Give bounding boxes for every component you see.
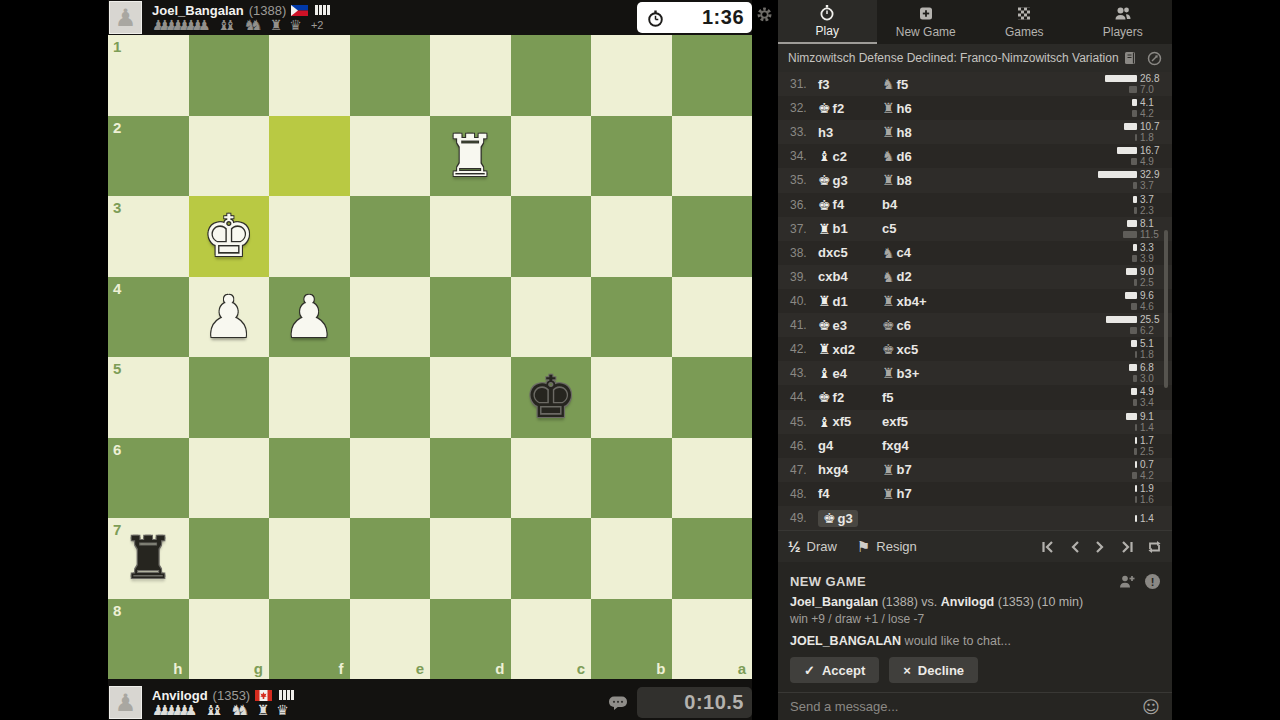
move-times: 8.111.5 — [1084, 218, 1172, 239]
square-d1[interactable] — [430, 35, 511, 116]
time-bar — [1135, 437, 1137, 444]
time-bar — [1132, 99, 1137, 106]
avatar[interactable]: ♟ — [109, 1, 142, 34]
time-bar — [1129, 86, 1137, 93]
previous-move-button[interactable] — [1069, 540, 1081, 554]
white-move[interactable]: f4 — [818, 486, 882, 501]
square-d3[interactable] — [430, 196, 511, 277]
time-bar — [1132, 255, 1137, 262]
black-move[interactable]: ♞d6 — [882, 149, 1084, 164]
captured-pawn-icon: ♟ — [185, 703, 198, 717]
move-piece-icon: ♝ — [818, 149, 831, 163]
time-bar — [1135, 485, 1137, 492]
time-value: 3.9 — [1140, 253, 1166, 264]
file-label: h — [173, 660, 182, 677]
tab-games[interactable]: Games — [975, 0, 1074, 44]
opening-name[interactable]: Nimzowitsch Defense Declined: Franco-Nim… — [788, 51, 1119, 65]
player-name-bottom[interactable]: Anvilogd — [152, 688, 208, 703]
square-g7[interactable] — [189, 518, 270, 599]
clock-white: 1:36 — [637, 2, 752, 33]
avatar[interactable]: ♟ — [109, 686, 142, 719]
move-piece-icon: ♞ — [882, 77, 895, 91]
time-bar — [1126, 413, 1137, 420]
black-move[interactable]: ♚xc5 — [882, 342, 1084, 357]
black-move[interactable]: ♜b7 — [882, 462, 1084, 477]
top-player-bar: ♟ Joel_Bangalan (1388) ♟♟♟♟♟♟♟♟♝♝♞♞♜♛+2 … — [108, 0, 752, 35]
time-value: 9.1 — [1140, 411, 1166, 422]
white-move[interactable]: ♝c2 — [818, 149, 882, 164]
move-piece-icon: ♞ — [882, 246, 895, 260]
square-f7[interactable] — [269, 518, 350, 599]
chess-board: 12♜3♚4♟♟5♚67♜8hgfedcba — [108, 35, 752, 679]
square-a8[interactable]: a — [672, 599, 753, 680]
square-g2[interactable] — [189, 116, 270, 197]
captured-knight-icon: ♞ — [237, 703, 250, 717]
square-a4[interactable] — [672, 277, 753, 358]
rank-label: 1 — [113, 38, 121, 55]
square-e4[interactable] — [350, 277, 431, 358]
time-value: 4.6 — [1140, 301, 1166, 312]
time-value: 1.4 — [1140, 422, 1166, 433]
move-row: 35.♚g3♜b832.93.7 — [778, 168, 1172, 192]
time-value: 2.3 — [1140, 205, 1166, 216]
square-d4[interactable] — [430, 277, 511, 358]
move-row: 40.♜d1♜xb4+9.64.6 — [778, 289, 1172, 313]
time-bar — [1123, 231, 1137, 238]
tab-play[interactable]: Play — [778, 0, 877, 44]
square-e3[interactable] — [350, 196, 431, 277]
time-value: 25.5 — [1140, 314, 1166, 325]
material-advantage: +2 — [311, 19, 324, 31]
captured-pawn-icon: ♟ — [198, 18, 211, 32]
move-piece-icon: ♚ — [882, 318, 895, 332]
move-times: 26.87.0 — [1084, 74, 1172, 95]
canada-flag-icon — [255, 690, 272, 701]
move-times: 9.02.5 — [1084, 266, 1172, 287]
move-row: 31.f3♞f526.87.0 — [778, 72, 1172, 96]
square-h3[interactable]: 3 — [108, 196, 189, 277]
black-move[interactable]: ♞f5 — [882, 77, 1084, 92]
players-icon — [1114, 5, 1132, 22]
tab-label: Games — [1005, 25, 1044, 39]
square-b5[interactable] — [591, 357, 672, 438]
time-value: 1.7 — [1140, 435, 1166, 446]
square-g6[interactable] — [189, 438, 270, 519]
square-h2[interactable]: 2 — [108, 116, 189, 197]
move-piece-icon: ♜ — [882, 366, 895, 380]
move-number: 48. — [790, 487, 818, 501]
time-value: 16.7 — [1140, 145, 1166, 156]
captured-rook-icon: ♜ — [270, 18, 283, 32]
square-c5[interactable]: ♚ — [511, 357, 592, 438]
white-move[interactable]: ♚e3 — [818, 318, 882, 333]
time-value: 4.2 — [1140, 470, 1166, 481]
flag-icon: ⚑ — [857, 538, 870, 556]
tab-new-game[interactable]: New Game — [877, 0, 976, 44]
square-g1[interactable] — [189, 35, 270, 116]
philippines-flag-icon — [291, 5, 308, 16]
white-move[interactable]: f3 — [818, 77, 882, 92]
captured-bishop-icon: ♝ — [211, 703, 224, 717]
move-times: 32.93.7 — [1084, 170, 1172, 191]
white-move[interactable]: ♚f2 — [818, 390, 882, 405]
scrollbar-thumb[interactable] — [1164, 230, 1168, 388]
rank-label: 8 — [113, 602, 121, 619]
move-piece-icon: ♜ — [818, 294, 831, 308]
square-b3[interactable] — [591, 196, 672, 277]
time-bar — [1133, 375, 1137, 382]
move-number: 32. — [790, 101, 818, 115]
move-times: 10.71.8 — [1084, 122, 1172, 143]
go-to-start-button[interactable] — [1041, 540, 1056, 554]
move-row: 36.♚f4b43.72.3 — [778, 193, 1172, 217]
move-times: 1.4 — [1084, 513, 1172, 523]
rank-label: 4 — [113, 280, 121, 297]
move-piece-icon: ♜ — [882, 294, 895, 308]
time-value: 2.5 — [1140, 277, 1166, 288]
time-bar — [1131, 303, 1137, 310]
move-number: 47. — [790, 463, 818, 477]
square-f2[interactable] — [269, 116, 350, 197]
move-row: 47.hxg4♜b70.74.2 — [778, 458, 1172, 482]
piece-bK[interactable]: ♚ — [511, 357, 592, 438]
square-e7[interactable] — [350, 518, 431, 599]
piece-wP[interactable]: ♟ — [189, 277, 270, 358]
current-move-highlight[interactable]: ♚g3 — [818, 510, 858, 527]
move-times: 3.33.9 — [1084, 242, 1172, 263]
square-a6[interactable] — [672, 438, 753, 519]
square-h8[interactable]: 8h — [108, 599, 189, 680]
captured-pieces-bottom: ♟♟♟♟♟♟♝♝♞♞♜♛ — [152, 703, 296, 717]
move-times: 16.74.9 — [1084, 146, 1172, 167]
black-move[interactable]: ♜xb4+ — [882, 294, 1084, 309]
square-f5[interactable] — [269, 357, 350, 438]
move-number: 36. — [790, 198, 818, 212]
move-row: 38.dxc5♞c43.33.9 — [778, 241, 1172, 265]
piece-wP[interactable]: ♟ — [269, 277, 350, 358]
square-h4[interactable]: 4 — [108, 277, 189, 358]
time-bar — [1134, 207, 1137, 214]
move-row: 48.f4♜h71.91.6 — [778, 482, 1172, 506]
captured-knight-group: ♞♞ — [231, 703, 250, 717]
time-value: 0.7 — [1140, 459, 1166, 470]
player-name-top[interactable]: Joel_Bangalan — [152, 3, 244, 18]
time-bar — [1135, 424, 1137, 431]
time-bar — [1098, 171, 1137, 178]
move-number: 49. — [790, 511, 818, 525]
message-input[interactable]: Send a message... — [790, 699, 1142, 714]
square-e1[interactable] — [350, 35, 431, 116]
square-b8[interactable]: b — [591, 599, 672, 680]
square-e6[interactable] — [350, 438, 431, 519]
square-h1[interactable]: 1 — [108, 35, 189, 116]
square-d5[interactable] — [430, 357, 511, 438]
square-c6[interactable] — [511, 438, 592, 519]
file-label: g — [254, 660, 263, 677]
square-f1[interactable] — [269, 35, 350, 116]
square-f8[interactable]: f — [269, 599, 350, 680]
move-row: 32.♚f2♜h64.14.2 — [778, 96, 1172, 120]
move-piece-icon: ♜ — [882, 463, 895, 477]
file-label: c — [577, 660, 585, 677]
smiley-icon[interactable]: ☺ — [1142, 697, 1160, 717]
time-value: 3.7 — [1140, 194, 1166, 205]
move-piece-icon: ♜ — [882, 101, 895, 115]
captured-knight-icon: ♞ — [250, 18, 263, 32]
new-game-title: NEW GAME — [790, 574, 866, 589]
square-b1[interactable] — [591, 35, 672, 116]
white-move[interactable]: ♝xf5 — [818, 414, 882, 429]
explorer-compass-icon[interactable] — [1147, 51, 1162, 66]
x-icon: × — [903, 663, 911, 678]
tab-players[interactable]: Players — [1074, 0, 1173, 44]
move-piece-icon: ♚ — [818, 198, 831, 212]
time-bar — [1133, 196, 1137, 203]
match-summary: Joel_Bangalan (1388) vs. Anvilogd (1353)… — [778, 589, 1172, 609]
square-c2[interactable] — [511, 116, 592, 197]
tab-label: Play — [816, 24, 839, 38]
pawn-avatar-icon: ♟ — [115, 691, 137, 715]
white-move[interactable]: ♚g3 — [818, 510, 882, 527]
move-times: 9.11.4 — [1084, 411, 1172, 432]
resign-label: Resign — [876, 539, 916, 554]
checkerboard-icon — [1016, 5, 1032, 22]
time-bar — [1106, 316, 1137, 323]
move-row: 34.♝c2♞d616.74.9 — [778, 144, 1172, 168]
square-g4[interactable]: ♟ — [189, 277, 270, 358]
time-value: 2.5 — [1140, 446, 1166, 457]
move-piece-icon: ♜ — [818, 342, 831, 356]
move-row: 43.♝e4♜b3+6.83.0 — [778, 361, 1172, 385]
captured-pawn-group: ♟♟♟♟♟♟♟♟ — [152, 18, 211, 32]
captured-pieces-top: ♟♟♟♟♟♟♟♟♝♝♞♞♜♛+2 — [152, 18, 323, 32]
black-move[interactable]: ♞d2 — [882, 269, 1084, 284]
time-value: 4.1 — [1140, 97, 1166, 108]
square-e5[interactable] — [350, 357, 431, 438]
square-d2[interactable]: ♜ — [430, 116, 511, 197]
player-rating-top: (1388) — [249, 3, 287, 18]
move-piece-icon: ♞ — [882, 270, 895, 284]
square-e2[interactable] — [350, 116, 431, 197]
draw-label: Draw — [807, 539, 837, 554]
white-move[interactable]: ♚g3 — [818, 173, 882, 188]
square-h6[interactable]: 6 — [108, 438, 189, 519]
time-bar — [1133, 182, 1137, 189]
square-d7[interactable] — [430, 518, 511, 599]
time-value: 8.1 — [1140, 218, 1166, 229]
chess-app: ♟ Joel_Bangalan (1388) ♟♟♟♟♟♟♟♟♝♝♞♞♜♛+2 … — [0, 0, 1280, 720]
move-piece-icon: ♚ — [818, 101, 831, 115]
move-number: 44. — [790, 390, 818, 404]
captured-queen-icon: ♛ — [276, 703, 289, 717]
move-piece-icon: ♞ — [882, 149, 895, 163]
square-d6[interactable] — [430, 438, 511, 519]
check-icon: ✓ — [804, 663, 815, 678]
move-piece-icon: ♝ — [818, 415, 831, 429]
square-f4[interactable]: ♟ — [269, 277, 350, 358]
square-a5[interactable] — [672, 357, 753, 438]
alert-icon[interactable]: ! — [1145, 574, 1160, 589]
black-move[interactable]: ♜h6 — [882, 101, 1084, 116]
black-move[interactable]: fxg4 — [882, 438, 1084, 453]
move-times: 4.14.2 — [1084, 98, 1172, 119]
move-number: 46. — [790, 439, 818, 453]
move-piece-icon: ♜ — [882, 125, 895, 139]
captured-bishop-group: ♝♝ — [218, 18, 237, 32]
time-bar — [1132, 472, 1137, 479]
time-bar — [1125, 292, 1137, 299]
move-piece-icon: ♝ — [818, 366, 831, 380]
white-move[interactable]: ♝e4 — [818, 366, 882, 381]
black-move[interactable]: c5 — [882, 221, 1084, 236]
square-f3[interactable] — [269, 196, 350, 277]
time-value: 10.7 — [1140, 121, 1166, 132]
time-value: 3.3 — [1140, 242, 1166, 253]
black-move[interactable]: exf5 — [882, 414, 1084, 429]
captured-knight-group: ♞♞ — [244, 18, 263, 32]
square-f6[interactable] — [269, 438, 350, 519]
move-times: 6.83.0 — [1084, 363, 1172, 384]
book-icon[interactable] — [1123, 51, 1138, 65]
white-move[interactable]: dxc5 — [818, 245, 882, 260]
gear-icon[interactable] — [756, 6, 773, 23]
time-value: 9.6 — [1140, 290, 1166, 301]
white-move[interactable]: ♚f2 — [818, 101, 882, 116]
square-h5[interactable]: 5 — [108, 357, 189, 438]
move-list: 31.f3♞f526.87.032.♚f2♜h64.14.233.h3♜h810… — [778, 72, 1172, 530]
time-bar — [1135, 134, 1137, 141]
chat-bubble-icon[interactable] — [608, 696, 628, 711]
white-move[interactable]: cxb4 — [818, 269, 882, 284]
white-move[interactable]: ♜b1 — [818, 221, 882, 236]
square-a7[interactable] — [672, 518, 753, 599]
time-value: 1.4 — [1140, 513, 1166, 524]
time-bar — [1130, 327, 1137, 334]
captured-bishop-group: ♝♝ — [204, 703, 223, 717]
white-move[interactable]: ♚f4 — [818, 197, 882, 212]
flip-board-button[interactable] — [1147, 540, 1162, 554]
move-piece-icon: ♜ — [818, 222, 831, 236]
timer-icon — [819, 4, 835, 21]
square-a2[interactable] — [672, 116, 753, 197]
move-number: 41. — [790, 318, 818, 332]
move-times: 0.74.2 — [1084, 459, 1172, 480]
piece-wK[interactable]: ♚ — [189, 196, 270, 277]
move-number: 34. — [790, 149, 818, 163]
black-move[interactable]: ♞c4 — [882, 245, 1084, 260]
tab-bar: Play New Game Games — [778, 0, 1172, 44]
square-h7[interactable]: 7♜ — [108, 518, 189, 599]
move-row: 45.♝xf5exf59.11.4 — [778, 410, 1172, 434]
square-b6[interactable] — [591, 438, 672, 519]
accept-button[interactable]: ✓ Accept — [790, 657, 879, 683]
captured-pawn-group: ♟♟♟♟♟♟ — [152, 703, 197, 717]
square-d8[interactable]: d — [430, 599, 511, 680]
file-label: a — [738, 660, 746, 677]
black-move[interactable]: ♜h8 — [882, 125, 1084, 140]
move-number: 35. — [790, 173, 818, 187]
time-value: 3.0 — [1140, 373, 1166, 384]
move-row: 41.♚e3♚c625.56.2 — [778, 313, 1172, 337]
piece-bR[interactable]: ♜ — [108, 518, 189, 599]
square-b2[interactable] — [591, 116, 672, 197]
move-number: 42. — [790, 342, 818, 356]
connection-bars-icon — [279, 690, 294, 700]
black-move[interactable]: ♚c6 — [882, 318, 1084, 333]
square-c4[interactable] — [511, 277, 592, 358]
next-move-button[interactable] — [1094, 540, 1106, 554]
clock-icon — [647, 9, 664, 27]
rating-stakes: win +9 / draw +1 / lose -7 — [778, 609, 1172, 626]
black-move[interactable]: b4 — [882, 197, 1084, 212]
captured-queen-icon: ♛ — [289, 18, 302, 32]
time-value: 6.2 — [1140, 325, 1166, 336]
white-move[interactable]: hxg4 — [818, 462, 882, 477]
square-c1[interactable] — [511, 35, 592, 116]
move-number: 43. — [790, 366, 818, 380]
time-value: 9.0 — [1140, 266, 1166, 277]
square-e8[interactable]: e — [350, 599, 431, 680]
square-g8[interactable]: g — [189, 599, 270, 680]
go-to-end-button[interactable] — [1119, 540, 1134, 554]
file-label: e — [416, 660, 424, 677]
add-friend-icon[interactable] — [1119, 574, 1135, 589]
square-c7[interactable] — [511, 518, 592, 599]
time-value: 1.8 — [1140, 349, 1166, 360]
move-row: 42.♜xd2♚xc55.11.8 — [778, 337, 1172, 361]
square-g3[interactable]: ♚ — [189, 196, 270, 277]
time-bar — [1135, 515, 1137, 522]
move-row: 49.♚g31.4 — [778, 506, 1172, 530]
square-b4[interactable] — [591, 277, 672, 358]
time-bar — [1135, 351, 1137, 358]
square-c3[interactable] — [511, 196, 592, 277]
black-move[interactable]: ♜b8 — [882, 173, 1084, 188]
plus-square-icon — [918, 5, 934, 22]
square-g5[interactable] — [189, 357, 270, 438]
time-value: 32.9 — [1140, 169, 1166, 180]
move-number: 40. — [790, 294, 818, 308]
square-b7[interactable] — [591, 518, 672, 599]
black-move[interactable]: f5 — [882, 390, 1084, 405]
move-piece-icon: ♜ — [882, 173, 895, 187]
time-value: 4.9 — [1140, 156, 1166, 167]
draw-button[interactable]: ½ Draw — [788, 538, 837, 555]
file-label: f — [339, 660, 344, 677]
black-move[interactable]: ♜b3+ — [882, 366, 1084, 381]
black-move[interactable]: ♜h7 — [882, 486, 1084, 501]
move-times: 25.56.2 — [1084, 315, 1172, 336]
time-bar — [1127, 220, 1137, 227]
resign-button[interactable]: ⚑ Resign — [857, 538, 917, 556]
captured-rook-group: ♜ — [270, 18, 283, 32]
clock-black: 0:10.5 — [637, 687, 752, 718]
white-move[interactable]: ♜d1 — [818, 294, 882, 309]
white-move[interactable]: ♜xd2 — [818, 342, 882, 357]
decline-button[interactable]: × Decline — [889, 657, 978, 683]
move-row: 44.♚f2f54.93.4 — [778, 385, 1172, 409]
tab-label: New Game — [896, 25, 956, 39]
connection-bars-icon — [315, 5, 330, 15]
white-move[interactable]: h3 — [818, 125, 882, 140]
square-a1[interactable] — [672, 35, 753, 116]
move-number: 39. — [790, 270, 818, 284]
move-piece-icon: ♚ — [882, 342, 895, 356]
square-c8[interactable]: c — [511, 599, 592, 680]
white-move[interactable]: g4 — [818, 438, 882, 453]
piece-wR[interactable]: ♜ — [430, 116, 511, 197]
square-a3[interactable] — [672, 196, 753, 277]
